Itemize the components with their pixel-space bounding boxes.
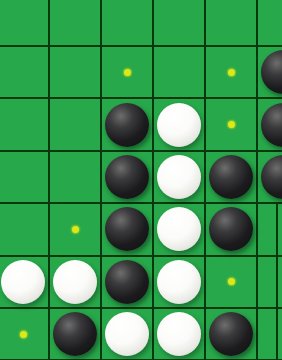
board-right-border-segment (276, 203, 278, 360)
white-disc (1, 260, 45, 304)
cell-r5-c2[interactable] (102, 257, 154, 309)
black-disc (105, 260, 149, 304)
white-disc (157, 103, 201, 147)
cell-r0-c2[interactable] (102, 0, 154, 47)
cell-r6-c3[interactable] (154, 309, 206, 360)
legal-move-hint[interactable] (228, 69, 235, 76)
cell-r1-c2[interactable] (102, 47, 154, 99)
cell-r0-c3[interactable] (154, 0, 206, 47)
black-disc (261, 50, 282, 94)
cell-r0-c5[interactable] (258, 0, 282, 47)
legal-move-hint[interactable] (124, 69, 131, 76)
black-disc (261, 155, 282, 199)
cell-r3-c3[interactable] (154, 152, 206, 204)
black-disc (209, 312, 253, 356)
cell-r2-c0[interactable] (0, 99, 50, 151)
cell-r1-c0[interactable] (0, 47, 50, 99)
cell-r6-c1[interactable] (50, 309, 102, 360)
cell-r3-c1[interactable] (50, 152, 102, 204)
cell-r2-c4[interactable] (206, 99, 258, 151)
white-disc (157, 155, 201, 199)
cell-r2-c2[interactable] (102, 99, 154, 151)
cell-r0-c0[interactable] (0, 0, 50, 47)
cell-r5-c4[interactable] (206, 257, 258, 309)
white-disc (53, 260, 97, 304)
cell-r4-c1[interactable] (50, 204, 102, 256)
black-disc (261, 103, 282, 147)
cell-r3-c5[interactable] (258, 152, 282, 204)
legal-move-hint[interactable] (228, 121, 235, 128)
cell-r0-c4[interactable] (206, 0, 258, 47)
legal-move-hint[interactable] (228, 278, 235, 285)
cell-r2-c5[interactable] (258, 99, 282, 151)
black-disc (209, 207, 253, 251)
black-disc (105, 207, 149, 251)
cell-r1-c1[interactable] (50, 47, 102, 99)
cell-r1-c3[interactable] (154, 47, 206, 99)
cell-r6-c0[interactable] (0, 309, 50, 360)
cell-r2-c1[interactable] (50, 99, 102, 151)
legal-move-hint[interactable] (20, 331, 27, 338)
cell-r5-c3[interactable] (154, 257, 206, 309)
cell-r5-c1[interactable] (50, 257, 102, 309)
black-disc (209, 155, 253, 199)
cell-r4-c3[interactable] (154, 204, 206, 256)
cell-r6-c5[interactable] (258, 309, 282, 360)
black-disc (105, 103, 149, 147)
cell-r4-c2[interactable] (102, 204, 154, 256)
cell-r3-c2[interactable] (102, 152, 154, 204)
white-disc (157, 312, 201, 356)
othello-board (0, 0, 282, 360)
white-disc (157, 260, 201, 304)
white-disc (157, 207, 201, 251)
cell-r1-c4[interactable] (206, 47, 258, 99)
cell-r5-c5[interactable] (258, 257, 282, 309)
legal-move-hint[interactable] (72, 226, 79, 233)
black-disc (105, 155, 149, 199)
board-grid (0, 0, 282, 360)
cell-r5-c0[interactable] (0, 257, 50, 309)
cell-r2-c3[interactable] (154, 99, 206, 151)
cell-r6-c4[interactable] (206, 309, 258, 360)
cell-r4-c5[interactable] (258, 204, 282, 256)
cell-r4-c0[interactable] (0, 204, 50, 256)
cell-r3-c4[interactable] (206, 152, 258, 204)
white-disc (105, 312, 149, 356)
cell-r0-c1[interactable] (50, 0, 102, 47)
cell-r6-c2[interactable] (102, 309, 154, 360)
black-disc (53, 312, 97, 356)
cell-r4-c4[interactable] (206, 204, 258, 256)
cell-r1-c5[interactable] (258, 47, 282, 99)
cell-r3-c0[interactable] (0, 152, 50, 204)
